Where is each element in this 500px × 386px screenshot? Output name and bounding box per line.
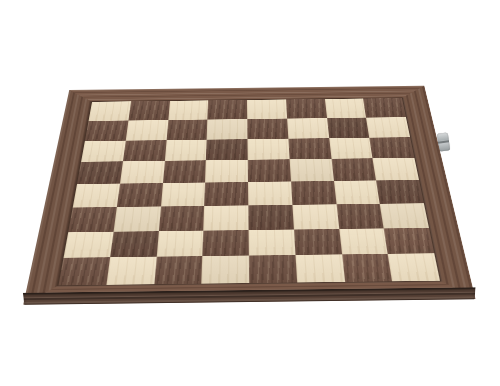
square-c8 (168, 100, 208, 120)
square-c5 (163, 160, 207, 183)
square-f3 (292, 204, 339, 229)
square-f6 (288, 138, 331, 159)
square-h7 (366, 117, 410, 137)
square-d2 (203, 230, 249, 256)
square-h6 (369, 137, 414, 158)
square-c1 (154, 256, 203, 284)
square-d7 (207, 119, 248, 139)
square-e1 (249, 255, 297, 283)
frame-rail-right (399, 86, 475, 300)
square-h1 (388, 253, 440, 281)
square-a6 (81, 140, 125, 162)
square-d3 (204, 205, 249, 230)
square-b1 (106, 257, 156, 285)
square-g5 (331, 158, 376, 181)
board-frame (23, 86, 476, 305)
square-a7 (85, 120, 128, 141)
square-e3 (248, 205, 293, 230)
square-d1 (202, 256, 250, 284)
square-b3 (113, 206, 160, 231)
square-a8 (89, 101, 131, 121)
square-c2 (156, 230, 203, 256)
square-b4 (117, 183, 163, 207)
square-g7 (327, 117, 370, 137)
square-g6 (329, 137, 373, 158)
square-e4 (248, 181, 292, 205)
square-c3 (158, 206, 204, 231)
square-f7 (287, 118, 329, 138)
square-g8 (324, 98, 366, 117)
square-e2 (249, 229, 296, 255)
square-e8 (247, 99, 287, 119)
square-a2 (64, 231, 114, 258)
square-d8 (208, 100, 248, 120)
square-h8 (363, 98, 406, 117)
square-c6 (164, 139, 206, 161)
square-b6 (123, 140, 166, 162)
square-f4 (291, 181, 336, 205)
square-g1 (342, 254, 393, 282)
square-g2 (339, 228, 388, 254)
square-e7 (247, 118, 288, 138)
square-d4 (204, 182, 248, 206)
square-d6 (206, 139, 248, 161)
square-b7 (126, 120, 168, 141)
square-h2 (384, 228, 434, 254)
frame-rail-left (23, 90, 94, 305)
square-h4 (376, 180, 424, 204)
square-a5 (77, 161, 123, 184)
square-b2 (110, 231, 159, 257)
square-h5 (373, 158, 419, 181)
square-c7 (166, 119, 207, 139)
photo-background (0, 0, 500, 386)
square-b5 (120, 161, 165, 184)
square-e6 (247, 138, 289, 159)
square-h3 (380, 203, 429, 228)
square-f5 (289, 159, 333, 182)
square-a4 (73, 184, 120, 208)
square-g4 (333, 180, 379, 204)
square-e5 (248, 159, 291, 182)
square-a1 (58, 257, 109, 285)
square-f1 (295, 255, 344, 283)
square-d5 (205, 160, 248, 183)
square-a3 (68, 207, 116, 232)
square-f8 (286, 99, 327, 119)
board-grid (58, 98, 439, 285)
square-b8 (128, 101, 169, 121)
square-g3 (336, 204, 384, 229)
square-f2 (294, 229, 342, 255)
chessboard (23, 86, 476, 305)
square-c4 (161, 183, 206, 207)
